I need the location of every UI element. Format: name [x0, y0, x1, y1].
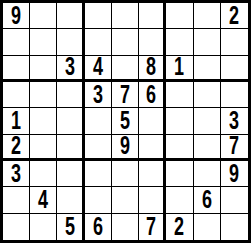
cell-r8c3[interactable]: [57, 187, 84, 213]
cell-r1c7[interactable]: [166, 3, 193, 29]
cell-r4c2[interactable]: [30, 82, 57, 108]
given-digit: 7: [229, 135, 239, 160]
given-digit: 5: [120, 108, 130, 134]
cell-r3c8[interactable]: [194, 56, 221, 82]
cell-r4c5: 7: [112, 82, 139, 108]
given-digit: 3: [65, 56, 75, 81]
cell-r8c1[interactable]: [3, 187, 30, 213]
cell-r9c4: 6: [85, 214, 112, 240]
cell-r7c3[interactable]: [57, 161, 84, 187]
cell-r1c6[interactable]: [139, 3, 166, 29]
cell-r6c1: 2: [3, 135, 30, 161]
given-digit: 8: [146, 56, 156, 81]
given-digit: 4: [38, 187, 48, 213]
cell-r1c1: 9: [3, 3, 30, 29]
cell-r5c8[interactable]: [194, 108, 221, 134]
cell-r8c4[interactable]: [85, 187, 112, 213]
cell-r2c4[interactable]: [85, 29, 112, 55]
cell-r2c3[interactable]: [57, 29, 84, 55]
cell-r9c3: 5: [57, 214, 84, 240]
given-digit: 9: [120, 135, 130, 160]
cell-r7c7[interactable]: [166, 161, 193, 187]
cell-r8c2: 4: [30, 187, 57, 213]
cell-r2c5[interactable]: [112, 29, 139, 55]
cell-r2c9[interactable]: [221, 29, 248, 55]
cell-r6c8[interactable]: [194, 135, 221, 161]
cell-r7c1: 3: [3, 161, 30, 187]
cell-r5c5: 5: [112, 108, 139, 134]
given-digit: 6: [146, 82, 156, 108]
cell-r7c5[interactable]: [112, 161, 139, 187]
cell-r3c7: 1: [166, 56, 193, 82]
cell-r3c1[interactable]: [3, 56, 30, 82]
cell-r3c3: 3: [57, 56, 84, 82]
cell-r4c6: 6: [139, 82, 166, 108]
cell-r3c2[interactable]: [30, 56, 57, 82]
cell-r1c3[interactable]: [57, 3, 84, 29]
cell-r2c1[interactable]: [3, 29, 30, 55]
given-digit: 6: [93, 214, 103, 240]
given-digit: 2: [229, 3, 239, 29]
cell-r6c5: 9: [112, 135, 139, 161]
given-digit: 9: [229, 161, 239, 187]
cell-r5c6[interactable]: [139, 108, 166, 134]
given-digit: 1: [11, 108, 21, 134]
cell-r7c6[interactable]: [139, 161, 166, 187]
given-digit: 2: [11, 135, 21, 160]
given-digit: 2: [174, 214, 184, 240]
cell-r7c8[interactable]: [194, 161, 221, 187]
given-digit: 1: [174, 56, 184, 81]
cell-r4c1[interactable]: [3, 82, 30, 108]
cell-r6c2[interactable]: [30, 135, 57, 161]
given-digit: 3: [11, 161, 21, 187]
cell-r7c2[interactable]: [30, 161, 57, 187]
cell-r5c4[interactable]: [85, 108, 112, 134]
cell-r9c2[interactable]: [30, 214, 57, 240]
cell-r2c8[interactable]: [194, 29, 221, 55]
cell-r6c3[interactable]: [57, 135, 84, 161]
given-digit: 5: [65, 214, 75, 240]
cell-r4c8[interactable]: [194, 82, 221, 108]
cell-r5c7[interactable]: [166, 108, 193, 134]
cell-r2c2[interactable]: [30, 29, 57, 55]
cell-r2c6[interactable]: [139, 29, 166, 55]
cell-r1c8[interactable]: [194, 3, 221, 29]
sudoku-board: 92348137615329739465672: [0, 0, 251, 243]
cell-r7c4[interactable]: [85, 161, 112, 187]
cell-r6c4[interactable]: [85, 135, 112, 161]
cell-r4c3[interactable]: [57, 82, 84, 108]
cell-r8c5[interactable]: [112, 187, 139, 213]
cell-r1c4[interactable]: [85, 3, 112, 29]
cell-r6c7[interactable]: [166, 135, 193, 161]
cell-r8c6[interactable]: [139, 187, 166, 213]
cell-r3c5[interactable]: [112, 56, 139, 82]
cell-r1c5[interactable]: [112, 3, 139, 29]
given-digit: 7: [120, 82, 130, 108]
cell-r9c7: 2: [166, 214, 193, 240]
cell-r7c9: 9: [221, 161, 248, 187]
cell-r1c2[interactable]: [30, 3, 57, 29]
cell-r5c3[interactable]: [57, 108, 84, 134]
cell-r4c4: 3: [85, 82, 112, 108]
cell-r8c7[interactable]: [166, 187, 193, 213]
cell-r3c6: 8: [139, 56, 166, 82]
cell-r5c9: 3: [221, 108, 248, 134]
cell-r5c1: 1: [3, 108, 30, 134]
cell-r1c9: 2: [221, 3, 248, 29]
cell-r9c5[interactable]: [112, 214, 139, 240]
cell-r9c6: 7: [139, 214, 166, 240]
given-digit: 7: [146, 214, 156, 240]
given-digit: 9: [11, 3, 21, 29]
cell-r9c8[interactable]: [194, 214, 221, 240]
given-digit: 4: [93, 56, 103, 81]
given-digit: 6: [202, 187, 212, 213]
cell-r4c9[interactable]: [221, 82, 248, 108]
given-digit: 3: [229, 108, 239, 134]
cell-r9c9[interactable]: [221, 214, 248, 240]
cell-r2c7[interactable]: [166, 29, 193, 55]
cell-r5c2[interactable]: [30, 108, 57, 134]
cell-r8c8: 6: [194, 187, 221, 213]
given-digit: 3: [93, 82, 103, 108]
cell-r8c9[interactable]: [221, 187, 248, 213]
cell-r3c4: 4: [85, 56, 112, 82]
cell-r9c1[interactable]: [3, 214, 30, 240]
cell-r6c6[interactable]: [139, 135, 166, 161]
cell-r3c9[interactable]: [221, 56, 248, 82]
cell-r4c7[interactable]: [166, 82, 193, 108]
cell-r6c9: 7: [221, 135, 248, 161]
